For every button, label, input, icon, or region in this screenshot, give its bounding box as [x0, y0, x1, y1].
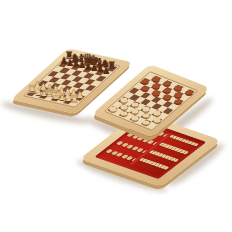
chess-grid — [26, 56, 117, 105]
stored-checkers-stack — [169, 135, 199, 147]
stored-checkers-stack — [139, 158, 169, 170]
product-photo-chess-checkers-set: ♜♞♝♛♚♝♞♜♟♟♟♟♟♟♟♟♟♟♟♟♟♟♟♟♜♞♝♛♚♝♞♜ — [0, 0, 232, 232]
stored-chessmen-row — [105, 149, 134, 161]
stored-checkers-row — [139, 158, 169, 170]
stored-checkers-row — [159, 142, 189, 154]
stored-checkers-stack — [149, 150, 179, 162]
stored-checkers-row — [149, 150, 179, 162]
stored-checkers-row — [169, 135, 199, 147]
chess-playing-surface — [23, 55, 121, 108]
stored-chessmen-row — [116, 141, 145, 153]
stored-checkers-stack — [159, 142, 189, 154]
